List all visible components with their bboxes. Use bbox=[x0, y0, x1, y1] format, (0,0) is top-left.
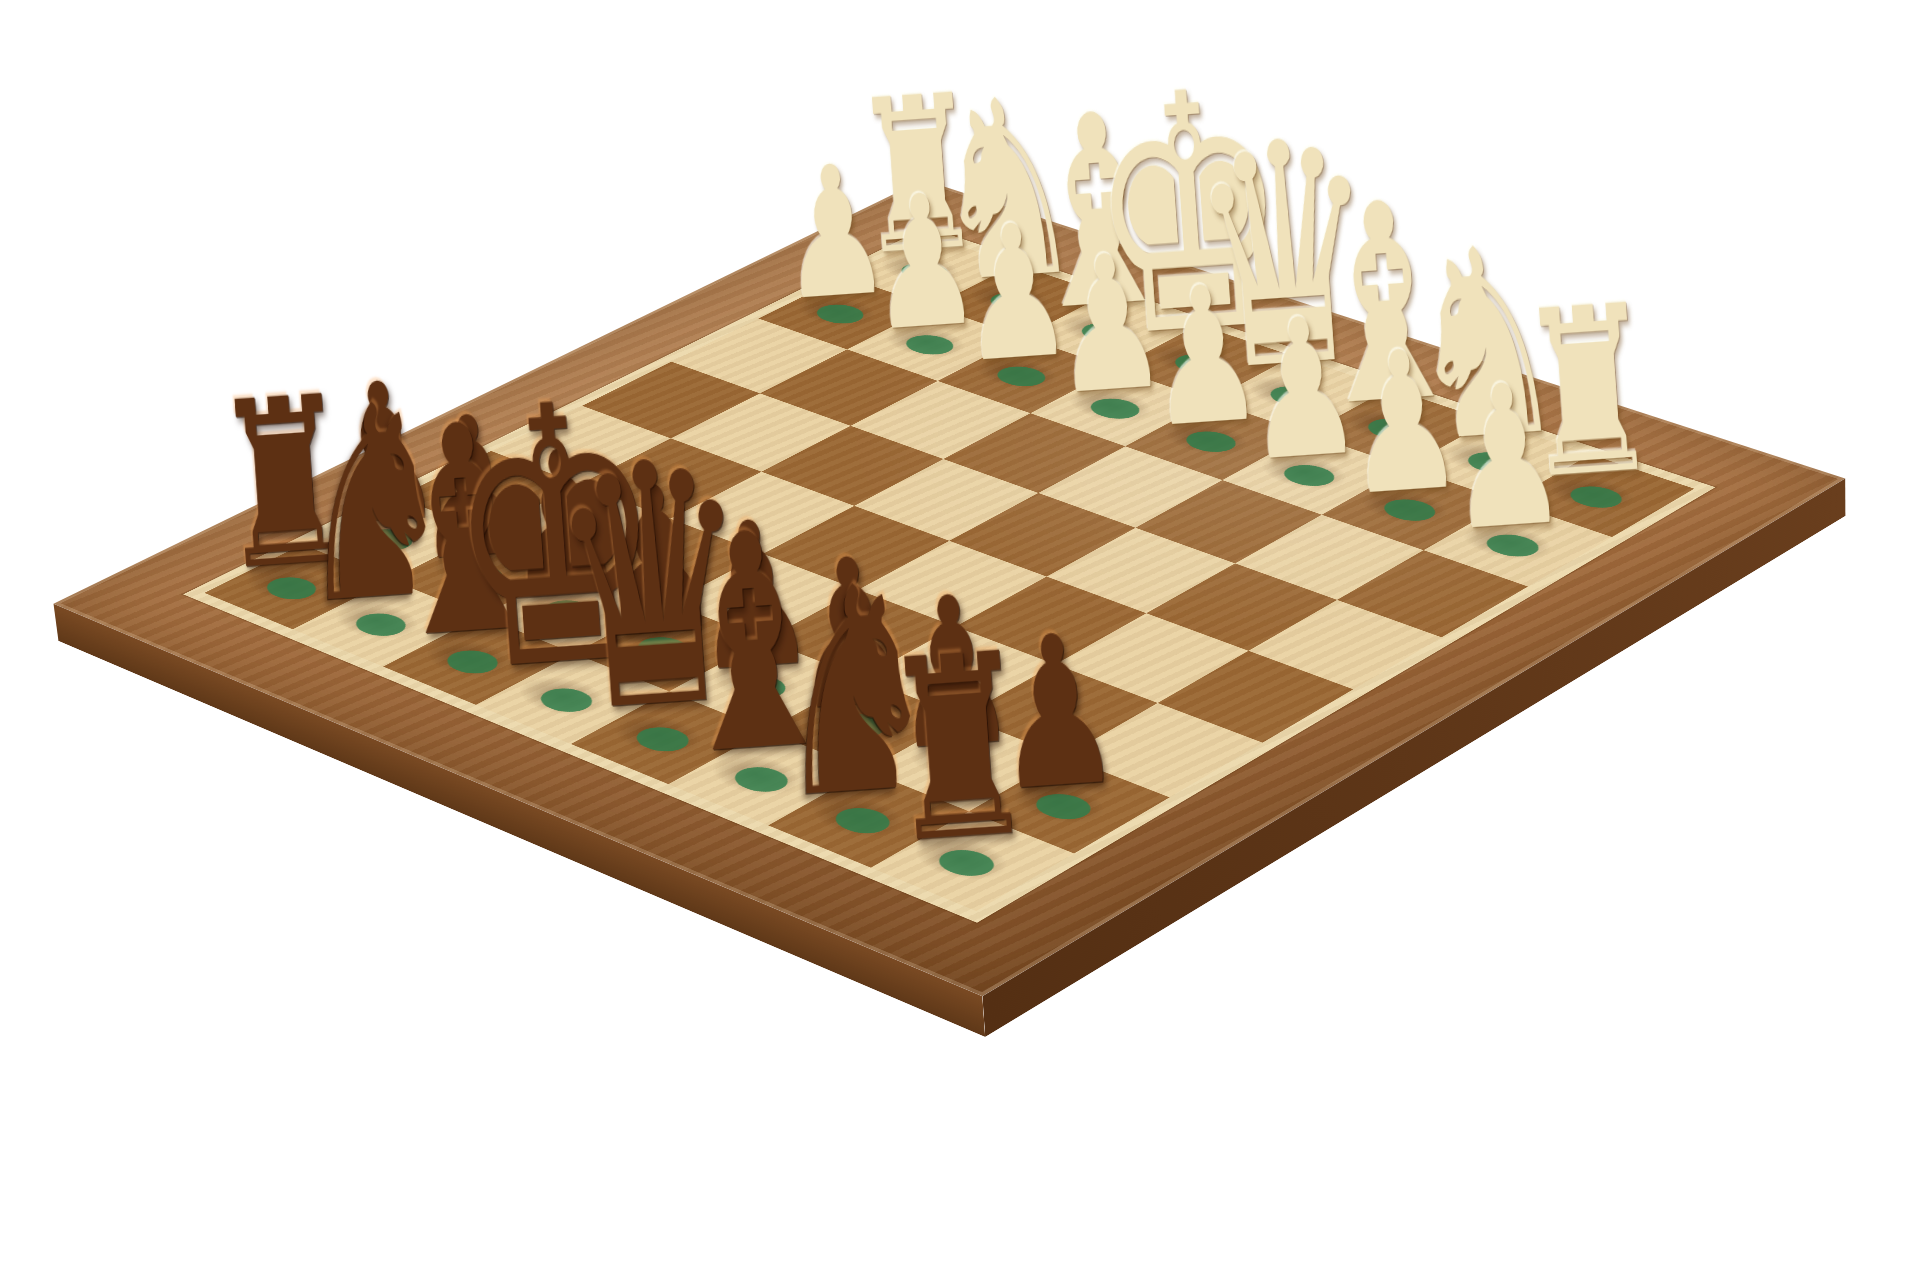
white-pawn-glyph: ♟ bbox=[1442, 364, 1572, 551]
product-photo-background: ♜♞♝♛♚♝♞♜♟♟♟♟♟♟♟♟♟♟♟♟♟♟♟♟♜♞♝♛♚♝♞♜ bbox=[0, 0, 1920, 1280]
chess-board: ♜♞♝♛♚♝♞♜♟♟♟♟♟♟♟♟♟♟♟♟♟♟♟♟♜♞♝♛♚♝♞♜ bbox=[54, 180, 1846, 996]
black-rook-glyph: ♜ bbox=[875, 629, 1042, 869]
scene-3d: ♜♞♝♛♚♝♞♜♟♟♟♟♟♟♟♟♟♟♟♟♟♟♟♟♜♞♝♛♚♝♞♜ bbox=[0, 0, 1920, 1280]
scene-tilt: ♜♞♝♛♚♝♞♜♟♟♟♟♟♟♟♟♟♟♟♟♟♟♟♟♜♞♝♛♚♝♞♜ bbox=[0, 0, 1920, 1280]
